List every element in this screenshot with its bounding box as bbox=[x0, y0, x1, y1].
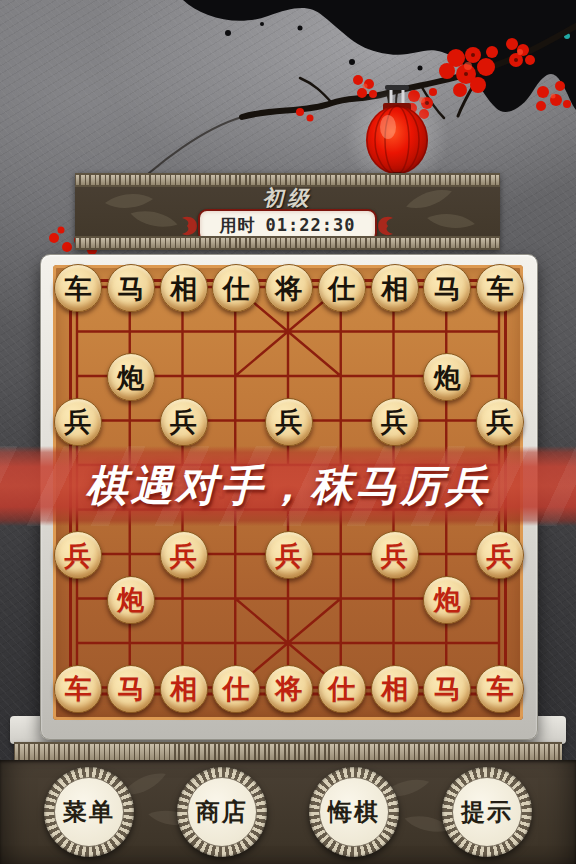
piece-black-cannon[interactable]: 炮 bbox=[107, 353, 155, 401]
piece-red-horse[interactable]: 马 bbox=[423, 665, 471, 713]
match-banner: 棋遇对手，秣马厉兵 bbox=[0, 446, 576, 526]
piece-red-chariot[interactable]: 车 bbox=[476, 665, 524, 713]
piece-black-soldier[interactable]: 兵 bbox=[265, 398, 313, 446]
timer-label: 用时 bbox=[220, 215, 256, 235]
piece-red-chariot[interactable]: 车 bbox=[54, 665, 102, 713]
hint-button[interactable]: 提示 bbox=[442, 767, 532, 857]
piece-black-cannon[interactable]: 炮 bbox=[423, 353, 471, 401]
piece-red-soldier[interactable]: 兵 bbox=[265, 531, 313, 579]
shop-button-label: 商店 bbox=[187, 777, 257, 847]
piece-black-advisor[interactable]: 仕 bbox=[212, 264, 260, 312]
piece-black-general[interactable]: 将 bbox=[265, 264, 313, 312]
menu-button-label: 菜单 bbox=[54, 777, 124, 847]
menu-button[interactable]: 菜单 bbox=[44, 767, 134, 857]
piece-red-elephant[interactable]: 相 bbox=[160, 665, 208, 713]
piece-black-elephant[interactable]: 相 bbox=[371, 264, 419, 312]
undo-button-label: 悔棋 bbox=[319, 777, 389, 847]
piece-red-soldier[interactable]: 兵 bbox=[476, 531, 524, 579]
piece-black-horse[interactable]: 马 bbox=[423, 264, 471, 312]
piece-red-soldier[interactable]: 兵 bbox=[160, 531, 208, 579]
meander-border-bottom bbox=[75, 236, 500, 250]
app-screen: 初级 用时01:22:30 楚河 汉界 车马相仕将仕相马车炮炮兵兵兵兵兵兵兵兵兵… bbox=[0, 0, 576, 864]
piece-red-advisor[interactable]: 仕 bbox=[212, 665, 260, 713]
timer-value: 01:22:30 bbox=[266, 215, 356, 235]
piece-red-cannon[interactable]: 炮 bbox=[107, 576, 155, 624]
level-title: 初级 bbox=[75, 184, 500, 212]
piece-red-cannon[interactable]: 炮 bbox=[423, 576, 471, 624]
piece-red-elephant[interactable]: 相 bbox=[371, 665, 419, 713]
piece-black-soldier[interactable]: 兵 bbox=[371, 398, 419, 446]
hint-button-label: 提示 bbox=[452, 777, 522, 847]
piece-red-soldier[interactable]: 兵 bbox=[371, 531, 419, 579]
piece-black-elephant[interactable]: 相 bbox=[160, 264, 208, 312]
piece-red-advisor[interactable]: 仕 bbox=[318, 665, 366, 713]
scroll-ornament-right bbox=[377, 214, 397, 238]
piece-black-soldier[interactable]: 兵 bbox=[54, 398, 102, 446]
piece-black-soldier[interactable]: 兵 bbox=[160, 398, 208, 446]
piece-black-soldier[interactable]: 兵 bbox=[476, 398, 524, 446]
action-buttons: 菜单 商店 悔棋 提示 bbox=[0, 760, 576, 864]
piece-black-horse[interactable]: 马 bbox=[107, 264, 155, 312]
status-header: 初级 用时01:22:30 bbox=[75, 173, 500, 250]
banner-text: 棋遇对手，秣马厉兵 bbox=[86, 458, 491, 514]
action-bar: 菜单 商店 悔棋 提示 bbox=[0, 760, 576, 864]
piece-black-advisor[interactable]: 仕 bbox=[318, 264, 366, 312]
piece-red-soldier[interactable]: 兵 bbox=[54, 531, 102, 579]
shop-button[interactable]: 商店 bbox=[177, 767, 267, 857]
piece-red-general[interactable]: 将 bbox=[265, 665, 313, 713]
piece-red-horse[interactable]: 马 bbox=[107, 665, 155, 713]
piece-black-chariot[interactable]: 车 bbox=[54, 264, 102, 312]
piece-black-chariot[interactable]: 车 bbox=[476, 264, 524, 312]
undo-button[interactable]: 悔棋 bbox=[309, 767, 399, 857]
scroll-ornament-left bbox=[178, 214, 198, 238]
